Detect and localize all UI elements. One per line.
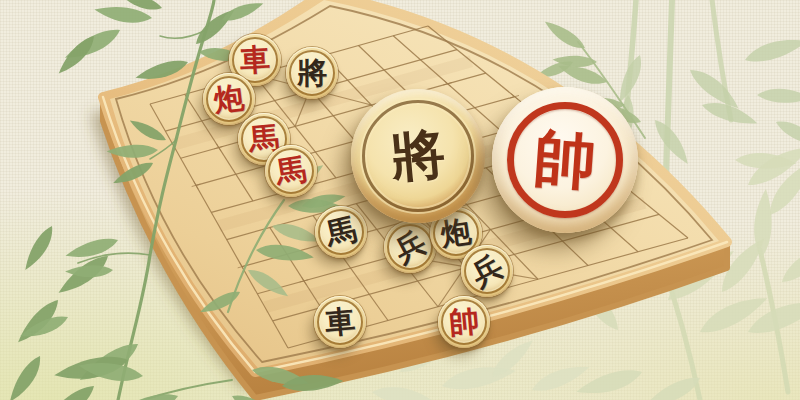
piece-character: 兵 bbox=[467, 251, 508, 292]
piece-black-general[interactable]: 將 bbox=[351, 89, 485, 223]
piece-character: 馬 bbox=[274, 154, 308, 188]
piece-character: 兵 bbox=[390, 227, 431, 268]
piece-red-marshal[interactable]: 帥 bbox=[492, 87, 638, 233]
pieces-layer: 車將炮馬馬馬兵炮兵車帥將帥 bbox=[0, 0, 800, 400]
piece-character: 將 bbox=[389, 127, 448, 186]
piece-character: 帥 bbox=[448, 306, 481, 339]
piece-black-soldier[interactable]: 兵 bbox=[461, 245, 513, 297]
piece-black-horse[interactable]: 馬 bbox=[315, 206, 367, 258]
piece-character: 炮 bbox=[212, 82, 245, 115]
piece-black-soldier[interactable]: 兵 bbox=[384, 221, 436, 273]
piece-character: 將 bbox=[297, 58, 327, 88]
piece-black-general[interactable]: 將 bbox=[286, 47, 338, 99]
piece-character: 帥 bbox=[532, 127, 598, 193]
piece-red-horse[interactable]: 馬 bbox=[265, 145, 317, 197]
piece-character: 車 bbox=[239, 44, 271, 76]
piece-red-marshal[interactable]: 帥 bbox=[438, 296, 490, 348]
piece-character: 炮 bbox=[439, 216, 473, 250]
xiangqi-banner-scene: 車將炮馬馬馬兵炮兵車帥將帥 bbox=[0, 0, 800, 400]
piece-black-chariot[interactable]: 車 bbox=[314, 296, 366, 348]
piece-red-cannon[interactable]: 炮 bbox=[203, 73, 255, 125]
piece-character: 車 bbox=[324, 306, 357, 339]
piece-character: 馬 bbox=[323, 214, 359, 250]
